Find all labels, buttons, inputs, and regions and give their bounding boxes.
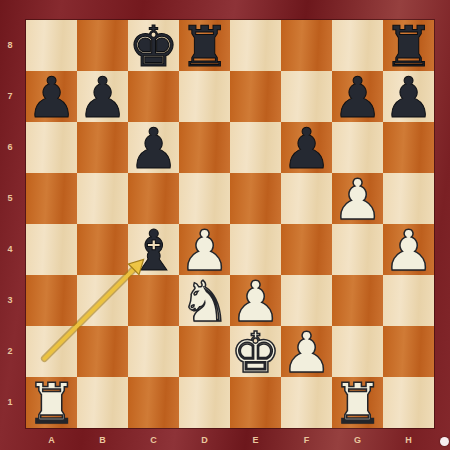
piece-black-pawn[interactable]: ♟: [281, 121, 331, 177]
rank-label-4: 4: [0, 224, 20, 275]
square-d3[interactable]: ♞: [179, 275, 230, 326]
piece-white-pawn[interactable]: ♟: [383, 223, 433, 279]
square-e7[interactable]: [230, 71, 281, 122]
square-e5[interactable]: [230, 173, 281, 224]
square-f2[interactable]: ♟: [281, 326, 332, 377]
square-e1[interactable]: [230, 377, 281, 428]
piece-black-bishop[interactable]: ♝: [128, 223, 178, 279]
square-h4[interactable]: ♟: [383, 224, 434, 275]
square-a1[interactable]: ♜: [26, 377, 77, 428]
piece-white-pawn[interactable]: ♟: [281, 325, 331, 381]
square-b5[interactable]: [77, 173, 128, 224]
piece-black-pawn[interactable]: ♟: [26, 70, 76, 126]
square-a4[interactable]: [26, 224, 77, 275]
square-a8[interactable]: [26, 20, 77, 71]
square-f8[interactable]: [281, 20, 332, 71]
board-grid: ♚♜♜♟♟♟♟♟♟♟♝♟♟♞♟♚♟♜♜: [26, 20, 434, 428]
square-e6[interactable]: [230, 122, 281, 173]
square-a5[interactable]: [26, 173, 77, 224]
square-d1[interactable]: [179, 377, 230, 428]
rank-label-7: 7: [0, 71, 20, 122]
square-a3[interactable]: [26, 275, 77, 326]
square-c2[interactable]: [128, 326, 179, 377]
square-c7[interactable]: [128, 71, 179, 122]
square-g1[interactable]: ♜: [332, 377, 383, 428]
rank-label-6: 6: [0, 122, 20, 173]
square-d5[interactable]: [179, 173, 230, 224]
file-label-d: D: [179, 435, 230, 445]
square-c4[interactable]: ♝: [128, 224, 179, 275]
square-e2[interactable]: ♚: [230, 326, 281, 377]
square-c8[interactable]: ♚: [128, 20, 179, 71]
square-c1[interactable]: [128, 377, 179, 428]
square-h6[interactable]: [383, 122, 434, 173]
square-f6[interactable]: ♟: [281, 122, 332, 173]
rank-label-1: 1: [0, 377, 20, 428]
square-d2[interactable]: [179, 326, 230, 377]
square-h7[interactable]: ♟: [383, 71, 434, 122]
square-f3[interactable]: [281, 275, 332, 326]
square-c5[interactable]: [128, 173, 179, 224]
square-h1[interactable]: [383, 377, 434, 428]
square-b8[interactable]: [77, 20, 128, 71]
square-e3[interactable]: ♟: [230, 275, 281, 326]
square-d6[interactable]: [179, 122, 230, 173]
square-c3[interactable]: [128, 275, 179, 326]
square-b7[interactable]: ♟: [77, 71, 128, 122]
square-a6[interactable]: [26, 122, 77, 173]
square-b3[interactable]: [77, 275, 128, 326]
file-label-e: E: [230, 435, 281, 445]
square-h8[interactable]: ♜: [383, 20, 434, 71]
square-f1[interactable]: [281, 377, 332, 428]
rank-label-8: 8: [0, 20, 20, 71]
square-g7[interactable]: ♟: [332, 71, 383, 122]
square-c6[interactable]: ♟: [128, 122, 179, 173]
square-f7[interactable]: [281, 71, 332, 122]
rank-label-5: 5: [0, 173, 20, 224]
square-b2[interactable]: [77, 326, 128, 377]
square-b4[interactable]: [77, 224, 128, 275]
square-d8[interactable]: ♜: [179, 20, 230, 71]
square-a7[interactable]: ♟: [26, 71, 77, 122]
rank-label-3: 3: [0, 275, 20, 326]
square-b1[interactable]: [77, 377, 128, 428]
square-a2[interactable]: [26, 326, 77, 377]
piece-white-knight[interactable]: ♞: [179, 274, 229, 330]
square-g6[interactable]: [332, 122, 383, 173]
square-h3[interactable]: [383, 275, 434, 326]
square-f4[interactable]: [281, 224, 332, 275]
file-label-b: B: [77, 435, 128, 445]
file-label-a: A: [26, 435, 77, 445]
file-label-c: C: [128, 435, 179, 445]
piece-black-pawn[interactable]: ♟: [77, 70, 127, 126]
square-e4[interactable]: [230, 224, 281, 275]
square-h2[interactable]: [383, 326, 434, 377]
file-label-f: F: [281, 435, 332, 445]
chess-board-frame: ♚♜♜♟♟♟♟♟♟♟♝♟♟♞♟♚♟♜♜ 87654321 ABCDEFGH: [0, 0, 450, 450]
piece-black-king[interactable]: ♚: [128, 19, 178, 75]
piece-white-rook[interactable]: ♜: [332, 376, 382, 432]
square-e8[interactable]: [230, 20, 281, 71]
piece-black-pawn[interactable]: ♟: [383, 70, 433, 126]
square-d4[interactable]: ♟: [179, 224, 230, 275]
square-f5[interactable]: [281, 173, 332, 224]
piece-black-pawn[interactable]: ♟: [332, 70, 382, 126]
square-g3[interactable]: [332, 275, 383, 326]
white-to-move-indicator: [440, 437, 449, 446]
rank-label-2: 2: [0, 326, 20, 377]
piece-black-rook[interactable]: ♜: [179, 19, 229, 75]
square-g4[interactable]: [332, 224, 383, 275]
piece-black-pawn[interactable]: ♟: [128, 121, 178, 177]
square-g8[interactable]: [332, 20, 383, 71]
piece-white-king[interactable]: ♚: [230, 325, 280, 381]
file-label-h: H: [383, 435, 434, 445]
square-d7[interactable]: [179, 71, 230, 122]
file-label-g: G: [332, 435, 383, 445]
square-g5[interactable]: ♟: [332, 173, 383, 224]
square-g2[interactable]: [332, 326, 383, 377]
square-b6[interactable]: [77, 122, 128, 173]
square-h5[interactable]: [383, 173, 434, 224]
piece-white-pawn[interactable]: ♟: [332, 172, 382, 228]
piece-white-rook[interactable]: ♜: [26, 376, 76, 432]
